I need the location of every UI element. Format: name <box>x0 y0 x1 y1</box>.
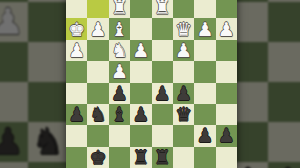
square-h7[interactable] <box>66 125 87 146</box>
square-f6[interactable]: ♝ <box>109 104 130 125</box>
square-d7[interactable] <box>152 125 173 146</box>
square-a5[interactable] <box>216 83 237 104</box>
square-a5 <box>268 82 300 122</box>
piece-wQ: ♛ <box>175 20 192 39</box>
square-b7[interactable]: ♟ <box>194 125 215 146</box>
square-h3[interactable]: ♟ <box>66 40 87 61</box>
square-d4[interactable] <box>152 61 173 82</box>
square-h8[interactable] <box>66 147 87 168</box>
square-c6[interactable]: ♛ <box>173 104 194 125</box>
piece-wP: ♟ <box>175 41 192 60</box>
piece-wP: ♟ <box>0 4 24 40</box>
square-g4[interactable] <box>87 61 108 82</box>
square-e7[interactable] <box>130 125 151 146</box>
square-b4[interactable] <box>194 61 215 82</box>
square-g4 <box>28 42 68 82</box>
piece-wB: ♝ <box>111 20 128 39</box>
square-b5[interactable] <box>194 83 215 104</box>
square-d6[interactable] <box>152 104 173 125</box>
piece-wP: ♟ <box>111 62 128 81</box>
square-g6: ♞ <box>28 122 68 162</box>
square-f1[interactable]: ♜ <box>109 0 130 18</box>
square-a7: ♟ <box>268 162 300 168</box>
square-c2[interactable]: ♛ <box>173 18 194 39</box>
square-h6: ♟ <box>0 122 28 162</box>
chessboard: ♜♜♚♟♝♛♟♟♟♞♟♟♟♟♟♟♟♞♝♟♛♟♟♚♜♜ <box>66 0 237 168</box>
square-c7[interactable] <box>173 125 194 146</box>
square-b2[interactable]: ♟ <box>194 18 215 39</box>
piece-bK: ♚ <box>90 148 107 167</box>
piece-bR: ♜ <box>154 148 171 167</box>
piece-wN: ♞ <box>111 41 128 60</box>
square-e1[interactable] <box>130 0 151 18</box>
piece-bP: ♟ <box>272 164 300 168</box>
square-b6[interactable] <box>194 104 215 125</box>
piece-bP: ♟ <box>154 84 171 103</box>
square-h2[interactable]: ♚ <box>66 18 87 39</box>
piece-bN: ♞ <box>32 124 64 160</box>
square-b1[interactable] <box>194 0 215 18</box>
piece-wR: ♜ <box>111 0 128 17</box>
square-g3 <box>28 2 68 42</box>
square-h4 <box>0 42 28 82</box>
square-f8[interactable] <box>109 147 130 168</box>
square-g3[interactable] <box>87 40 108 61</box>
piece-wP: ♟ <box>218 20 235 39</box>
piece-bN: ♞ <box>90 105 107 124</box>
square-c5[interactable]: ♟ <box>173 83 194 104</box>
square-g7 <box>28 162 68 168</box>
square-a3 <box>268 2 300 42</box>
square-f5[interactable]: ♟ <box>109 83 130 104</box>
square-c8[interactable] <box>173 147 194 168</box>
square-h3: ♟ <box>0 2 28 42</box>
square-e3[interactable]: ♟ <box>130 40 151 61</box>
square-g2[interactable]: ♟ <box>87 18 108 39</box>
square-f2[interactable]: ♝ <box>109 18 130 39</box>
piece-wP: ♟ <box>90 20 107 39</box>
square-e6[interactable]: ♟ <box>130 104 151 125</box>
square-b8[interactable] <box>194 147 215 168</box>
square-a2[interactable]: ♟ <box>216 18 237 39</box>
chess-video-frame: ♜♜♚♟♝♛♟♟♟♞♟♟♟♟♟♟♟♞♝♟♛♟♟♚♜♜ ♜♜♚♟♝♛♟♟♟♞♟♟♟… <box>0 0 300 168</box>
piece-wK: ♚ <box>68 20 85 39</box>
square-h6[interactable]: ♟ <box>66 104 87 125</box>
square-c3[interactable]: ♟ <box>173 40 194 61</box>
square-g6[interactable]: ♞ <box>87 104 108 125</box>
square-f3[interactable]: ♞ <box>109 40 130 61</box>
square-e4[interactable] <box>130 61 151 82</box>
square-a8[interactable] <box>216 147 237 168</box>
piece-wP: ♟ <box>196 20 213 39</box>
square-a1[interactable] <box>216 0 237 18</box>
square-c4[interactable] <box>173 61 194 82</box>
piece-bP: ♟ <box>218 126 235 145</box>
square-d5[interactable]: ♟ <box>152 83 173 104</box>
piece-bP: ♟ <box>132 105 149 124</box>
square-d3[interactable] <box>152 40 173 61</box>
square-d1[interactable]: ♜ <box>152 0 173 18</box>
square-a6 <box>268 122 300 162</box>
square-e8[interactable]: ♜ <box>130 147 151 168</box>
square-g7[interactable] <box>87 125 108 146</box>
square-a6[interactable] <box>216 104 237 125</box>
square-e2[interactable] <box>130 18 151 39</box>
square-h5 <box>0 82 28 122</box>
piece-bP: ♟ <box>175 84 192 103</box>
square-b3[interactable] <box>194 40 215 61</box>
square-a3[interactable] <box>216 40 237 61</box>
square-d2[interactable] <box>152 18 173 39</box>
piece-wR: ♜ <box>154 0 171 17</box>
piece-bQ: ♛ <box>175 105 192 124</box>
square-f7[interactable] <box>109 125 130 146</box>
piece-bB: ♝ <box>111 105 128 124</box>
square-a7[interactable]: ♟ <box>216 125 237 146</box>
square-e5[interactable] <box>130 83 151 104</box>
square-g1[interactable] <box>87 0 108 18</box>
square-f4[interactable]: ♟ <box>109 61 130 82</box>
square-a4[interactable] <box>216 61 237 82</box>
piece-bP: ♟ <box>111 84 128 103</box>
square-g5 <box>28 82 68 122</box>
square-h5[interactable] <box>66 83 87 104</box>
square-g8[interactable]: ♚ <box>87 147 108 168</box>
square-d8[interactable]: ♜ <box>152 147 173 168</box>
square-c1[interactable] <box>173 0 194 18</box>
piece-bP: ♟ <box>0 124 24 160</box>
piece-bP: ♟ <box>196 126 213 145</box>
piece-wP: ♟ <box>68 41 85 60</box>
piece-bR: ♜ <box>132 148 149 167</box>
square-h7 <box>0 162 28 168</box>
piece-wP: ♟ <box>132 41 149 60</box>
square-h1[interactable] <box>66 0 87 18</box>
square-g5[interactable] <box>87 83 108 104</box>
square-a4 <box>268 42 300 82</box>
piece-bP: ♟ <box>68 105 85 124</box>
square-h4[interactable] <box>66 61 87 82</box>
